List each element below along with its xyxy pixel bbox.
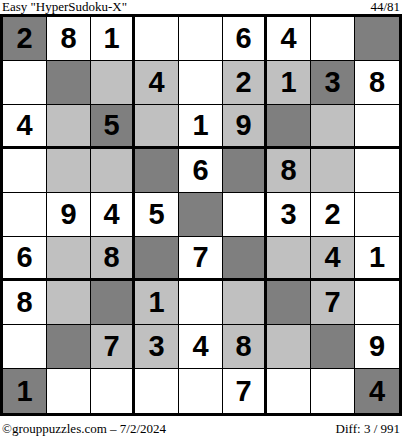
cell-r8c4[interactable]: 3 [135, 325, 179, 369]
cell-r2c4[interactable]: 4 [135, 61, 179, 105]
cell-r7c6[interactable] [223, 281, 267, 325]
puzzle-title: Easy "HyperSudoku-X" [2, 0, 127, 14]
cell-r3c5[interactable]: 1 [179, 105, 223, 149]
cell-r5c7[interactable]: 3 [267, 193, 311, 237]
cell-r8c6[interactable]: 8 [223, 325, 267, 369]
cell-r2c3[interactable] [91, 61, 135, 105]
cell-r1c8[interactable] [311, 17, 355, 61]
cell-r1c5[interactable] [179, 17, 223, 61]
cell-r4c2[interactable] [47, 149, 91, 193]
cell-r5c2[interactable]: 9 [47, 193, 91, 237]
cell-r5c1[interactable] [3, 193, 47, 237]
cell-r2c5[interactable] [179, 61, 223, 105]
cell-r7c4[interactable]: 1 [135, 281, 179, 325]
cell-r8c3[interactable]: 7 [91, 325, 135, 369]
cell-r9c7[interactable] [267, 369, 311, 413]
cell-r7c3[interactable] [91, 281, 135, 325]
cell-r2c9[interactable]: 8 [355, 61, 399, 105]
cell-r7c8[interactable]: 7 [311, 281, 355, 325]
cell-r4c8[interactable] [311, 149, 355, 193]
cell-r6c1[interactable]: 6 [3, 237, 47, 281]
cells-remaining-counter: 44/81 [370, 0, 400, 14]
cell-r8c9[interactable]: 9 [355, 325, 399, 369]
cell-r3c1[interactable]: 4 [3, 105, 47, 149]
cell-r1c2[interactable]: 8 [47, 17, 91, 61]
cell-r6c4[interactable] [135, 237, 179, 281]
cell-r4c3[interactable] [91, 149, 135, 193]
cell-r7c9[interactable] [355, 281, 399, 325]
cell-r8c1[interactable] [3, 325, 47, 369]
cell-r1c1[interactable]: 2 [3, 17, 47, 61]
cell-r6c6[interactable] [223, 237, 267, 281]
cell-r8c2[interactable] [47, 325, 91, 369]
cell-r1c6[interactable]: 6 [223, 17, 267, 61]
cell-r8c7[interactable] [267, 325, 311, 369]
cell-r3c3[interactable]: 5 [91, 105, 135, 149]
cell-r9c6[interactable]: 7 [223, 369, 267, 413]
cell-r3c6[interactable]: 9 [223, 105, 267, 149]
cell-r8c5[interactable]: 4 [179, 325, 223, 369]
cell-r2c1[interactable] [3, 61, 47, 105]
cell-r4c4[interactable] [135, 149, 179, 193]
cell-r5c5[interactable] [179, 193, 223, 237]
cell-r9c8[interactable] [311, 369, 355, 413]
cell-r4c7[interactable]: 8 [267, 149, 311, 193]
cell-r9c4[interactable] [135, 369, 179, 413]
cell-r2c6[interactable]: 2 [223, 61, 267, 105]
cell-r3c4[interactable] [135, 105, 179, 149]
cell-r6c9[interactable]: 1 [355, 237, 399, 281]
cell-r3c9[interactable] [355, 105, 399, 149]
cell-r3c8[interactable] [311, 105, 355, 149]
cell-r6c5[interactable]: 7 [179, 237, 223, 281]
cell-r9c2[interactable] [47, 369, 91, 413]
cell-r8c8[interactable] [311, 325, 355, 369]
cell-r5c8[interactable]: 2 [311, 193, 355, 237]
cell-r2c8[interactable]: 3 [311, 61, 355, 105]
cell-r7c2[interactable] [47, 281, 91, 325]
cell-r4c1[interactable] [3, 149, 47, 193]
cell-r4c6[interactable] [223, 149, 267, 193]
cell-r5c9[interactable] [355, 193, 399, 237]
cell-r1c7[interactable]: 4 [267, 17, 311, 61]
cell-r1c3[interactable]: 1 [91, 17, 135, 61]
cell-r9c5[interactable] [179, 369, 223, 413]
cell-r7c1[interactable]: 8 [3, 281, 47, 325]
cell-r9c9[interactable]: 4 [355, 369, 399, 413]
cell-r5c4[interactable]: 5 [135, 193, 179, 237]
cell-r1c9[interactable] [355, 17, 399, 61]
cell-r9c1[interactable]: 1 [3, 369, 47, 413]
cell-r5c3[interactable]: 4 [91, 193, 135, 237]
cell-r6c3[interactable]: 8 [91, 237, 135, 281]
cell-r7c7[interactable] [267, 281, 311, 325]
cell-r2c7[interactable]: 1 [267, 61, 311, 105]
copyright-credit: ©grouppuzzles.com – 7/2/2024 [2, 422, 166, 436]
difficulty-label: Diff: 3 / 991 [336, 422, 400, 436]
cell-r3c2[interactable] [47, 105, 91, 149]
cell-r6c8[interactable]: 4 [311, 237, 355, 281]
header-bar: Easy "HyperSudoku-X" 44/81 [0, 0, 402, 14]
cell-r1c4[interactable] [135, 17, 179, 61]
cell-r3c7[interactable] [267, 105, 311, 149]
cell-r9c3[interactable] [91, 369, 135, 413]
cell-r2c2[interactable] [47, 61, 91, 105]
cell-r4c9[interactable] [355, 149, 399, 193]
sudoku-board: 2816442138451968945326874181773489174 [0, 14, 402, 416]
cell-r7c5[interactable] [179, 281, 223, 325]
cell-r4c5[interactable]: 6 [179, 149, 223, 193]
cell-r6c2[interactable] [47, 237, 91, 281]
footer-bar: ©grouppuzzles.com – 7/2/2024 Diff: 3 / 9… [0, 422, 402, 436]
cell-r6c7[interactable] [267, 237, 311, 281]
cell-r5c6[interactable] [223, 193, 267, 237]
